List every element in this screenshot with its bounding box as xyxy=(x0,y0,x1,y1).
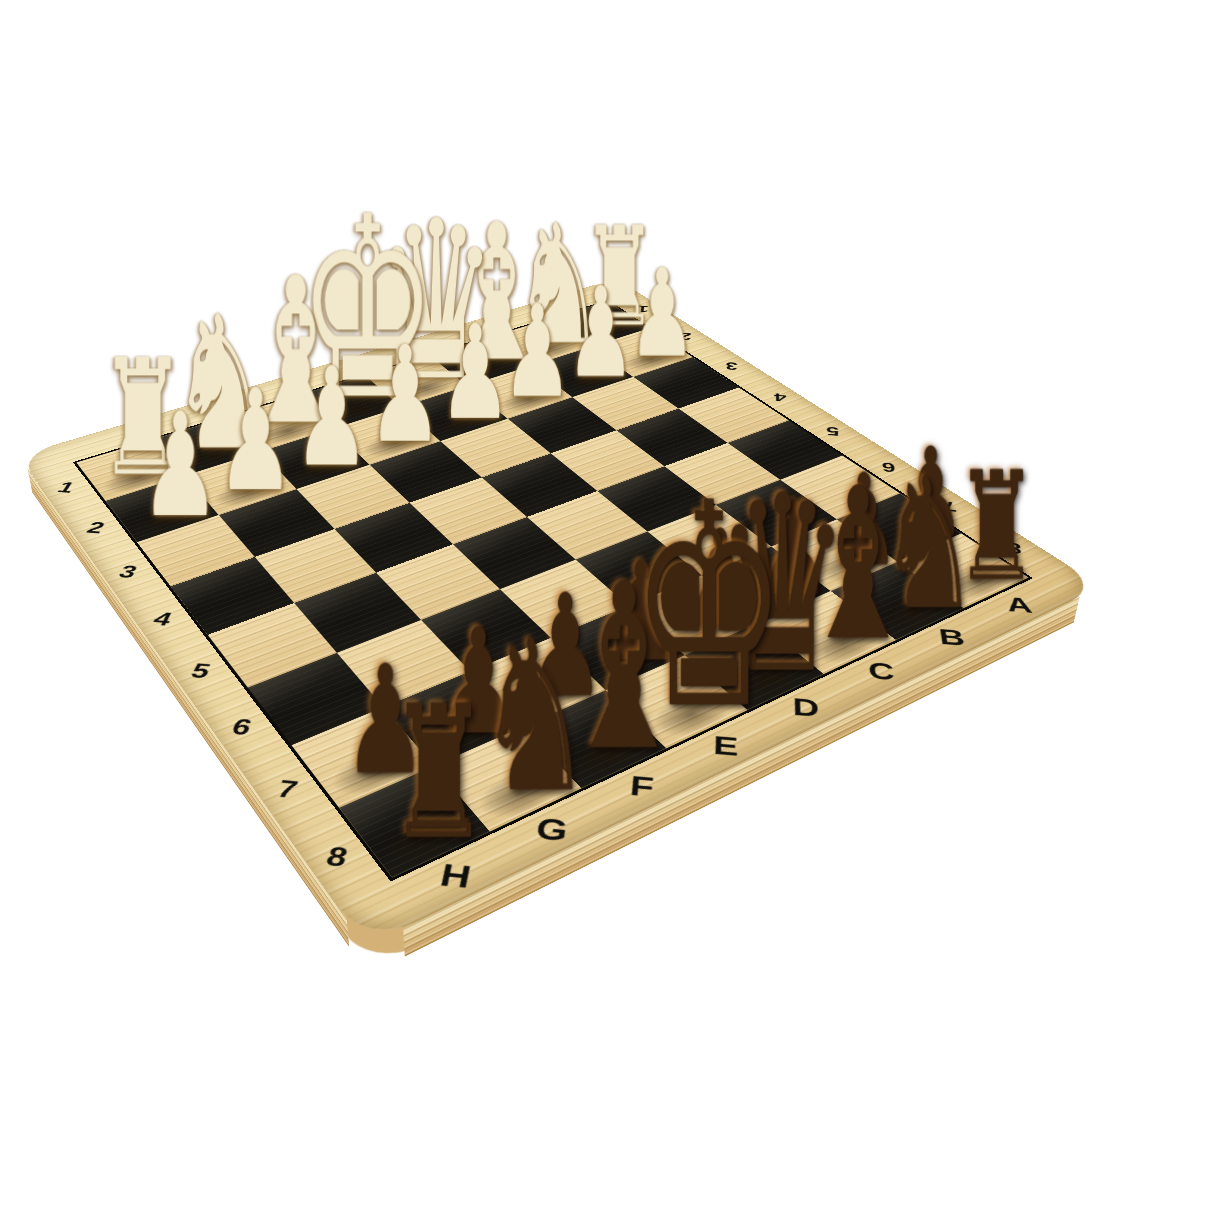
white-pawn-h2: ♟ xyxy=(140,394,220,537)
rank-label: 1 xyxy=(54,479,79,497)
black-knight-g8: ♞ xyxy=(476,613,593,823)
file-label: C xyxy=(867,658,896,687)
rank-label-rotated: 5 xyxy=(826,424,840,439)
file-label: G xyxy=(533,812,569,849)
squares-grid: ♜♞♝♚♛♝♞♜♟♟♟♟♟♟♟♟♟♟♟♟♟♟♟♟♜♞♝♚♛♝♞♜ xyxy=(73,300,1033,882)
file-label: F xyxy=(628,770,654,804)
file-label: B xyxy=(937,624,966,651)
file-label: D xyxy=(792,693,820,723)
white-pawn-g2: ♟ xyxy=(216,371,294,511)
board-surface: 12345678 12345678 HGFEDCBA ♜♞♝♚♛♝♞♜♟♟♟♟♟… xyxy=(18,278,1101,946)
file-label: A xyxy=(1004,593,1034,619)
white-pawn-f2: ♟ xyxy=(294,349,370,486)
rank-label: 8 xyxy=(323,841,351,873)
rank-label: 6 xyxy=(228,714,256,741)
rank-label: 4 xyxy=(150,608,177,630)
rank-label: 7 xyxy=(274,775,302,804)
white-pawn-c2: ♟ xyxy=(501,288,572,415)
file-label: E xyxy=(713,730,739,762)
black-rook-h8: ♜ xyxy=(388,682,490,866)
chess-board: 12345678 12345678 HGFEDCBA ♜♞♝♚♛♝♞♜♟♟♟♟♟… xyxy=(18,278,1101,946)
rank-label: 3 xyxy=(115,562,141,582)
white-pawn-e2: ♟ xyxy=(368,328,442,461)
rank-label: 5 xyxy=(187,659,214,683)
rank-label-rotated: 2 xyxy=(679,331,692,343)
rank-label: 2 xyxy=(83,519,109,538)
rank-label-rotated: 1 xyxy=(636,303,649,314)
white-pawn-b2: ♟ xyxy=(566,270,635,395)
rank-label-rotated: 4 xyxy=(774,391,787,405)
rank-label-rotated: 3 xyxy=(725,360,737,373)
perspective-wrapper: 12345678 12345678 HGFEDCBA ♜♞♝♚♛♝♞♜♟♟♟♟♟… xyxy=(0,0,1134,1124)
product-photo-stage: 12345678 12345678 HGFEDCBA ♜♞♝♚♛♝♞♜♟♟♟♟♟… xyxy=(0,0,1214,1214)
file-label: H xyxy=(437,857,474,896)
white-pawn-d2: ♟ xyxy=(439,308,511,438)
